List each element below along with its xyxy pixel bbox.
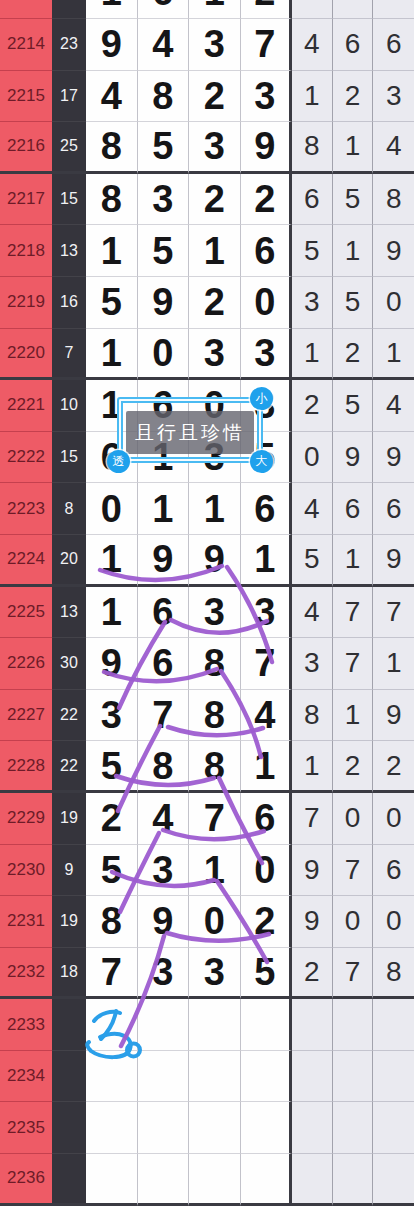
draw-digit-cell: 2 bbox=[86, 793, 138, 845]
ref-digit: 9 bbox=[386, 237, 402, 265]
draw-digit: 5 bbox=[101, 747, 122, 785]
sum-value: 18 bbox=[60, 963, 78, 981]
ref-digit: 9 bbox=[386, 443, 402, 471]
lottery-trend-chart: 1612221423943746622151748231232216258539… bbox=[0, 0, 414, 1206]
ref-digit-cell: 9 bbox=[292, 845, 333, 897]
draw-digit: 6 bbox=[152, 0, 173, 11]
ref-digit-cell bbox=[292, 999, 333, 1051]
ref-digit-cell: 9 bbox=[333, 432, 374, 484]
draw-digit: 2 bbox=[254, 0, 275, 11]
period-label: 2233 bbox=[7, 1015, 45, 1035]
table-row: 2229192476700 bbox=[0, 793, 414, 845]
table-row: 2224201991519 bbox=[0, 535, 414, 587]
draw-digit-cell: 4 bbox=[138, 19, 190, 71]
period-label-cell: 2226 bbox=[0, 638, 52, 690]
draw-digit: 4 bbox=[254, 696, 275, 734]
draw-digit-cell: 9 bbox=[241, 122, 293, 174]
ref-digit-cell: 5 bbox=[292, 535, 333, 587]
table-row: 2231198902900 bbox=[0, 896, 414, 948]
period-label-cell: 2236 bbox=[0, 1154, 52, 1206]
ref-digit: 0 bbox=[386, 288, 402, 316]
sum-value-cell: 18 bbox=[52, 948, 86, 1000]
ref-digit: 7 bbox=[386, 598, 402, 626]
draw-digit: 1 bbox=[204, 851, 225, 889]
period-label: 2218 bbox=[7, 241, 45, 261]
ref-digit-cell: 0 bbox=[333, 793, 374, 845]
period-label-cell: 2230 bbox=[0, 845, 52, 897]
sum-value-cell: 20 bbox=[52, 535, 86, 587]
ref-digit-cell: 8 bbox=[292, 690, 333, 742]
draw-digit: 7 bbox=[204, 799, 225, 837]
draw-digit: 3 bbox=[101, 696, 122, 734]
ref-digit-cell: 7 bbox=[333, 948, 374, 1000]
draw-digit-cell: 6 bbox=[138, 0, 190, 19]
ref-digit: 2 bbox=[304, 391, 320, 419]
ref-digit-cell: 2 bbox=[292, 948, 333, 1000]
draw-digit-cell: 3 bbox=[138, 174, 190, 226]
ref-digit-cell: 4 bbox=[373, 380, 414, 432]
draw-digit: 1 bbox=[204, 232, 225, 270]
ref-digit-cell bbox=[373, 1102, 414, 1154]
period-label: 2225 bbox=[7, 602, 45, 622]
ref-digit: 7 bbox=[345, 958, 361, 986]
ref-digit-cell bbox=[333, 1102, 374, 1154]
ref-digit-cell: 0 bbox=[373, 277, 414, 329]
ref-digit: 2 bbox=[386, 752, 402, 780]
ref-digit-cell: 6 bbox=[373, 19, 414, 71]
period-label-cell: 2218 bbox=[0, 225, 52, 277]
ref-digit-cell: 0 bbox=[373, 793, 414, 845]
table-row: 2226309687371 bbox=[0, 638, 414, 690]
draw-digit-cell: 0 bbox=[138, 329, 190, 381]
sum-value-cell: 30 bbox=[52, 638, 86, 690]
draw-digit: 1 bbox=[204, 490, 225, 528]
draw-digit-cell: 6 bbox=[241, 225, 293, 277]
sum-value-cell bbox=[52, 1051, 86, 1103]
ref-digit: 4 bbox=[304, 598, 320, 626]
draw-digit: 8 bbox=[204, 696, 225, 734]
table-row: 2214239437466 bbox=[0, 19, 414, 71]
draw-digit: 9 bbox=[101, 25, 122, 63]
draw-digit-cell bbox=[138, 999, 190, 1051]
draw-digit-cell: 3 bbox=[241, 329, 293, 381]
period-label-cell: 2233 bbox=[0, 999, 52, 1051]
draw-digit-cell: 1 bbox=[86, 535, 138, 587]
draw-digit: 8 bbox=[101, 180, 122, 218]
ref-digit: 3 bbox=[304, 649, 320, 677]
period-label-cell: 2223 bbox=[0, 483, 52, 535]
ref-digit-cell: 8 bbox=[373, 948, 414, 1000]
draw-digit-cell: 5 bbox=[138, 225, 190, 277]
draw-digit: 3 bbox=[152, 180, 173, 218]
ref-digit-cell: 6 bbox=[292, 174, 333, 226]
table-row: 2232187335278 bbox=[0, 948, 414, 1000]
draw-digit-cell: 9 bbox=[189, 535, 241, 587]
draw-digit-cell: 8 bbox=[189, 741, 241, 793]
draw-digit-cell: 3 bbox=[189, 587, 241, 639]
sum-value-cell: 25 bbox=[52, 122, 86, 174]
ref-digit-cell bbox=[333, 999, 374, 1051]
draw-digit: 8 bbox=[152, 747, 173, 785]
ref-digit: 9 bbox=[304, 856, 320, 884]
draw-digit: 2 bbox=[254, 180, 275, 218]
period-label-cell bbox=[0, 0, 52, 19]
ref-digit: 3 bbox=[386, 82, 402, 110]
ref-digit-cell bbox=[292, 0, 333, 19]
ref-digit: 1 bbox=[304, 752, 320, 780]
selection-handle-large-icon[interactable]: 大 bbox=[250, 450, 273, 473]
ref-digit-cell bbox=[333, 1154, 374, 1206]
ref-digit-cell: 3 bbox=[292, 638, 333, 690]
table-row: 2228225881122 bbox=[0, 741, 414, 793]
draw-digit: 3 bbox=[204, 25, 225, 63]
period-label-cell: 2234 bbox=[0, 1051, 52, 1103]
draw-digit: 1 bbox=[204, 0, 225, 11]
period-label-cell: 2216 bbox=[0, 122, 52, 174]
draw-digit-cell: 5 bbox=[138, 122, 190, 174]
sum-value-cell bbox=[52, 0, 86, 19]
draw-digit-cell: 5 bbox=[86, 741, 138, 793]
period-label-cell: 2229 bbox=[0, 793, 52, 845]
table-row: 2218131516519 bbox=[0, 225, 414, 277]
ref-digit-cell: 0 bbox=[292, 432, 333, 484]
draw-digit-cell: 5 bbox=[241, 948, 293, 1000]
watermark-selection-box[interactable]: 且行且珍惜 小 透 大 bbox=[117, 397, 263, 463]
ref-digit-cell bbox=[373, 0, 414, 19]
draw-digit-cell bbox=[189, 1102, 241, 1154]
draw-digit: 1 bbox=[101, 232, 122, 270]
draw-digit-cell: 3 bbox=[189, 948, 241, 1000]
period-label-cell: 2231 bbox=[0, 896, 52, 948]
ref-digit: 6 bbox=[345, 30, 361, 58]
draw-digit: 0 bbox=[204, 902, 225, 940]
sum-value: 30 bbox=[60, 654, 78, 672]
draw-digit: 7 bbox=[254, 644, 275, 682]
draw-digit: 9 bbox=[254, 127, 275, 165]
period-label: 2216 bbox=[7, 136, 45, 156]
ref-digit-cell: 8 bbox=[292, 122, 333, 174]
draw-digit: 3 bbox=[204, 334, 225, 372]
draw-digit-cell: 3 bbox=[241, 71, 293, 123]
draw-digit-cell: 2 bbox=[241, 896, 293, 948]
sum-value-cell: 13 bbox=[52, 587, 86, 639]
draw-digit-cell: 2 bbox=[189, 277, 241, 329]
ref-digit-cell: 2 bbox=[333, 741, 374, 793]
table-row: 2219165920350 bbox=[0, 277, 414, 329]
draw-digit: 8 bbox=[204, 747, 225, 785]
draw-digit: 5 bbox=[152, 127, 173, 165]
ref-digit-cell: 7 bbox=[292, 793, 333, 845]
ref-digit: 4 bbox=[304, 495, 320, 523]
draw-digit: 9 bbox=[152, 283, 173, 321]
ref-digit: 0 bbox=[304, 443, 320, 471]
draw-digit: 4 bbox=[101, 77, 122, 115]
ref-digit-cell: 1 bbox=[333, 535, 374, 587]
table-row: 2216258539814 bbox=[0, 122, 414, 174]
selection-handle-small-icon[interactable]: 小 bbox=[250, 387, 273, 410]
sum-value: 16 bbox=[60, 293, 78, 311]
draw-digit-cell: 9 bbox=[86, 19, 138, 71]
draw-digit: 9 bbox=[204, 540, 225, 578]
draw-digit-cell: 2 bbox=[189, 174, 241, 226]
draw-digit-cell: 1 bbox=[86, 329, 138, 381]
ref-digit-cell bbox=[333, 0, 374, 19]
ref-digit: 6 bbox=[386, 856, 402, 884]
period-label: 2227 bbox=[7, 705, 45, 725]
draw-digit-cell bbox=[86, 1051, 138, 1103]
draw-digit: 8 bbox=[152, 77, 173, 115]
ref-digit: 6 bbox=[345, 495, 361, 523]
draw-digit: 9 bbox=[101, 644, 122, 682]
table-row: 222071033121 bbox=[0, 329, 414, 381]
ref-digit: 1 bbox=[345, 237, 361, 265]
draw-digit-cell: 1 bbox=[86, 587, 138, 639]
draw-digit-cell: 7 bbox=[241, 19, 293, 71]
period-label-cell: 2220 bbox=[0, 329, 52, 381]
draw-digit-cell: 2 bbox=[189, 71, 241, 123]
draw-digit-cell: 4 bbox=[241, 690, 293, 742]
draw-digit: 9 bbox=[152, 540, 173, 578]
draw-digit-cell: 2 bbox=[241, 0, 293, 19]
draw-digit-cell bbox=[86, 999, 138, 1051]
draw-digit-cell: 1 bbox=[86, 225, 138, 277]
sum-value-cell: 13 bbox=[52, 225, 86, 277]
ref-digit-cell bbox=[333, 1051, 374, 1103]
ref-digit: 1 bbox=[345, 545, 361, 573]
period-label: 2220 bbox=[7, 343, 45, 363]
ref-digit-cell: 0 bbox=[333, 896, 374, 948]
ref-digit: 8 bbox=[304, 701, 320, 729]
ref-digit: 8 bbox=[386, 958, 402, 986]
draw-digit: 6 bbox=[254, 232, 275, 270]
draw-digit-cell: 7 bbox=[86, 948, 138, 1000]
ref-digit-cell: 4 bbox=[292, 483, 333, 535]
period-label-cell: 2215 bbox=[0, 71, 52, 123]
draw-digit-cell: 1 bbox=[189, 483, 241, 535]
ref-digit-cell: 8 bbox=[373, 174, 414, 226]
table-row: 2225131633477 bbox=[0, 587, 414, 639]
period-label: 2223 bbox=[7, 499, 45, 519]
ref-digit-cell bbox=[373, 1051, 414, 1103]
period-label: 2222 bbox=[7, 447, 45, 467]
ref-digit-cell: 2 bbox=[333, 329, 374, 381]
table-row: 1612 bbox=[0, 0, 414, 19]
draw-digit-cell: 8 bbox=[189, 690, 241, 742]
watermark-text: 且行且珍惜 bbox=[135, 420, 245, 446]
draw-digit-cell bbox=[86, 1102, 138, 1154]
period-label-cell: 2224 bbox=[0, 535, 52, 587]
sum-value-cell: 22 bbox=[52, 690, 86, 742]
ref-digit: 2 bbox=[304, 958, 320, 986]
ref-digit: 5 bbox=[345, 288, 361, 316]
sum-value-cell: 15 bbox=[52, 432, 86, 484]
period-label-cell: 2217 bbox=[0, 174, 52, 226]
period-label: 2226 bbox=[7, 653, 45, 673]
ref-digit-cell: 5 bbox=[292, 225, 333, 277]
ref-digit-cell: 9 bbox=[373, 225, 414, 277]
period-label-cell: 2235 bbox=[0, 1102, 52, 1154]
ref-digit-cell: 1 bbox=[292, 329, 333, 381]
draw-digit-cell: 7 bbox=[138, 690, 190, 742]
draw-digit-cell: 1 bbox=[241, 535, 293, 587]
period-label: 2228 bbox=[7, 756, 45, 776]
draw-digit: 4 bbox=[152, 25, 173, 63]
draw-digit-cell: 3 bbox=[241, 587, 293, 639]
sum-value-cell: 9 bbox=[52, 845, 86, 897]
draw-digit-cell: 3 bbox=[189, 329, 241, 381]
draw-digit: 2 bbox=[101, 799, 122, 837]
draw-digit-cell: 0 bbox=[241, 845, 293, 897]
ref-digit-cell bbox=[373, 999, 414, 1051]
ref-digit-cell: 9 bbox=[373, 690, 414, 742]
draw-digit-cell bbox=[138, 1154, 190, 1206]
ref-digit-cell: 0 bbox=[373, 896, 414, 948]
draw-digit-cell bbox=[189, 1154, 241, 1206]
draw-digit-cell: 8 bbox=[189, 638, 241, 690]
draw-digit-cell: 6 bbox=[241, 483, 293, 535]
draw-digit-cell: 1 bbox=[189, 225, 241, 277]
draw-digit-cell: 7 bbox=[189, 793, 241, 845]
draw-digit-cell: 7 bbox=[241, 638, 293, 690]
draw-digit-cell: 9 bbox=[138, 277, 190, 329]
draw-digit: 4 bbox=[152, 799, 173, 837]
draw-digit: 7 bbox=[254, 25, 275, 63]
sum-value-cell bbox=[52, 1102, 86, 1154]
draw-digit-cell bbox=[138, 1051, 190, 1103]
ref-digit: 8 bbox=[386, 185, 402, 213]
table-row: 223095310976 bbox=[0, 845, 414, 897]
draw-digit-cell bbox=[189, 999, 241, 1051]
sum-value: 13 bbox=[60, 242, 78, 260]
draw-digit: 8 bbox=[101, 127, 122, 165]
draw-digit-cell: 1 bbox=[138, 483, 190, 535]
sum-value: 17 bbox=[60, 87, 78, 105]
draw-digit: 6 bbox=[152, 644, 173, 682]
draw-digit: 0 bbox=[101, 490, 122, 528]
ref-digit-cell: 7 bbox=[333, 845, 374, 897]
draw-digit: 6 bbox=[254, 799, 275, 837]
draw-digit-cell: 3 bbox=[86, 690, 138, 742]
sum-value-cell: 22 bbox=[52, 741, 86, 793]
table-row: 2234 bbox=[0, 1051, 414, 1103]
sum-value-cell: 23 bbox=[52, 19, 86, 71]
draw-digit-cell bbox=[241, 1102, 293, 1154]
draw-digit-cell: 6 bbox=[241, 793, 293, 845]
ref-digit-cell: 1 bbox=[333, 690, 374, 742]
period-label: 2219 bbox=[7, 292, 45, 312]
ref-digit: 7 bbox=[345, 649, 361, 677]
sum-value: 13 bbox=[60, 603, 78, 621]
ref-digit: 5 bbox=[304, 237, 320, 265]
sum-value-cell bbox=[52, 999, 86, 1051]
ref-digit-cell: 3 bbox=[373, 71, 414, 123]
draw-digit: 5 bbox=[152, 232, 173, 270]
draw-digit: 1 bbox=[101, 0, 122, 11]
period-label: 2217 bbox=[7, 189, 45, 209]
period-label: 2221 bbox=[7, 395, 45, 415]
ref-digit: 1 bbox=[304, 339, 320, 367]
draw-digit: 1 bbox=[254, 747, 275, 785]
ref-digit-cell: 4 bbox=[292, 587, 333, 639]
ref-digit: 2 bbox=[345, 82, 361, 110]
ref-digit: 7 bbox=[345, 598, 361, 626]
table-row: 2215174823123 bbox=[0, 71, 414, 123]
draw-digit-cell: 0 bbox=[241, 277, 293, 329]
ref-digit: 1 bbox=[386, 339, 402, 367]
ref-digit: 1 bbox=[304, 82, 320, 110]
ref-digit: 3 bbox=[304, 288, 320, 316]
ref-digit-cell: 9 bbox=[373, 432, 414, 484]
selection-handle-transparency-icon[interactable]: 透 bbox=[107, 450, 130, 473]
ref-digit-cell: 6 bbox=[333, 483, 374, 535]
ref-digit: 4 bbox=[386, 391, 402, 419]
table-row: 2236 bbox=[0, 1154, 414, 1206]
period-label-cell: 2214 bbox=[0, 19, 52, 71]
draw-digit-cell bbox=[241, 1154, 293, 1206]
ref-digit: 1 bbox=[386, 649, 402, 677]
sum-value: 15 bbox=[60, 448, 78, 466]
period-label: 2236 bbox=[7, 1168, 45, 1188]
draw-digit-cell: 6 bbox=[138, 587, 190, 639]
draw-digit-cell: 8 bbox=[86, 896, 138, 948]
draw-digit-cell: 1 bbox=[86, 0, 138, 19]
ref-digit-cell bbox=[292, 1154, 333, 1206]
ref-digit: 5 bbox=[304, 545, 320, 573]
draw-digit: 9 bbox=[152, 902, 173, 940]
draw-digit: 3 bbox=[152, 953, 173, 991]
ref-digit-cell: 7 bbox=[333, 587, 374, 639]
draw-digit-cell bbox=[189, 1051, 241, 1103]
sum-value-cell: 10 bbox=[52, 380, 86, 432]
draw-digit: 1 bbox=[101, 334, 122, 372]
draw-digit-cell: 5 bbox=[86, 277, 138, 329]
sum-value-cell bbox=[52, 1154, 86, 1206]
ref-digit-cell: 6 bbox=[373, 483, 414, 535]
period-label-cell: 2228 bbox=[0, 741, 52, 793]
ref-digit: 9 bbox=[345, 443, 361, 471]
draw-digit: 1 bbox=[152, 490, 173, 528]
ref-digit: 5 bbox=[345, 185, 361, 213]
draw-digit-cell: 8 bbox=[138, 71, 190, 123]
ref-digit-cell: 1 bbox=[292, 71, 333, 123]
sum-value: 10 bbox=[60, 396, 78, 414]
sum-value-cell: 8 bbox=[52, 483, 86, 535]
draw-digit: 0 bbox=[254, 851, 275, 889]
ref-digit: 5 bbox=[345, 391, 361, 419]
ref-digit-cell: 5 bbox=[333, 380, 374, 432]
table-row: 2217158322658 bbox=[0, 174, 414, 226]
draw-digit: 3 bbox=[254, 593, 275, 631]
ref-digit-cell: 6 bbox=[373, 845, 414, 897]
draw-digit-cell bbox=[138, 1102, 190, 1154]
draw-digit-cell bbox=[241, 1051, 293, 1103]
ref-digit-cell: 1 bbox=[292, 741, 333, 793]
ref-digit-cell: 1 bbox=[373, 329, 414, 381]
draw-digit: 1 bbox=[254, 540, 275, 578]
draw-digit-cell: 4 bbox=[86, 71, 138, 123]
ref-digit-cell: 7 bbox=[333, 638, 374, 690]
draw-digit-cell: 1 bbox=[241, 741, 293, 793]
draw-digit: 3 bbox=[254, 77, 275, 115]
ref-digit: 9 bbox=[386, 545, 402, 573]
period-label-cell: 2232 bbox=[0, 948, 52, 1000]
ref-digit: 0 bbox=[386, 804, 402, 832]
ref-digit: 0 bbox=[345, 804, 361, 832]
ref-digit: 6 bbox=[304, 185, 320, 213]
sum-value: 19 bbox=[60, 912, 78, 930]
ref-digit-cell: 1 bbox=[333, 122, 374, 174]
draw-digit-cell: 5 bbox=[86, 845, 138, 897]
